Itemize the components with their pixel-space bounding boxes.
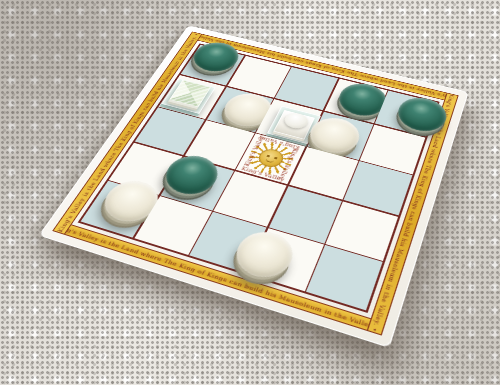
- green-king-piece-a2[interactable]: [162, 78, 216, 114]
- photo-scene: King's Valley is the Land where The King…: [0, 0, 500, 385]
